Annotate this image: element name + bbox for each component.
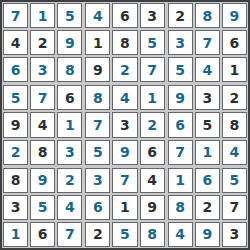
cell-r1c8[interactable]: 8 — [195, 3, 220, 28]
cell-r3c6[interactable]: 7 — [140, 57, 165, 82]
cell-r8c9[interactable]: 7 — [222, 195, 247, 220]
cell-r8c2[interactable]: 5 — [30, 195, 55, 220]
cell-r8c5[interactable]: 1 — [112, 195, 137, 220]
sudoku-board: 7154296384631859272893765415769412838417… — [0, 0, 250, 250]
cell-r1c2[interactable]: 1 — [30, 3, 55, 28]
cell-r2c8[interactable]: 7 — [195, 30, 220, 55]
cell-r2c9[interactable]: 6 — [222, 30, 247, 55]
cell-r6c5[interactable]: 9 — [112, 140, 137, 165]
cell-r7c2[interactable]: 9 — [30, 168, 55, 193]
cell-r9c7[interactable]: 4 — [168, 222, 193, 247]
cell-r2c5[interactable]: 8 — [112, 30, 137, 55]
cell-r9c6[interactable]: 8 — [140, 222, 165, 247]
cell-r4c6[interactable]: 1 — [140, 85, 165, 110]
cell-r9c9[interactable]: 3 — [222, 222, 247, 247]
cell-r1c5[interactable]: 6 — [112, 3, 137, 28]
box-5: 841732596 — [85, 85, 164, 164]
box-7: 892354167 — [3, 168, 82, 247]
cell-r6c2[interactable]: 8 — [30, 140, 55, 165]
cell-r1c9[interactable]: 9 — [222, 3, 247, 28]
cell-r5c3[interactable]: 1 — [57, 112, 82, 137]
cell-r5c7[interactable]: 6 — [168, 112, 193, 137]
cell-r4c8[interactable]: 3 — [195, 85, 220, 110]
cell-r5c5[interactable]: 3 — [112, 112, 137, 137]
cell-r1c6[interactable]: 3 — [140, 3, 165, 28]
cell-r3c8[interactable]: 4 — [195, 57, 220, 82]
cell-r8c3[interactable]: 4 — [57, 195, 82, 220]
cell-r6c8[interactable]: 1 — [195, 140, 220, 165]
cell-r2c1[interactable]: 4 — [3, 30, 28, 55]
cell-r5c6[interactable]: 2 — [140, 112, 165, 137]
cell-r1c1[interactable]: 7 — [3, 3, 28, 28]
cell-r1c4[interactable]: 4 — [85, 3, 110, 28]
cell-r2c6[interactable]: 5 — [140, 30, 165, 55]
cell-r8c6[interactable]: 9 — [140, 195, 165, 220]
cell-r7c3[interactable]: 2 — [57, 168, 82, 193]
cell-r9c4[interactable]: 2 — [85, 222, 110, 247]
box-3: 289376541 — [168, 3, 247, 82]
box-8: 374619258 — [85, 168, 164, 247]
cell-r9c3[interactable]: 7 — [57, 222, 82, 247]
cell-r7c7[interactable]: 1 — [168, 168, 193, 193]
cell-r8c1[interactable]: 3 — [3, 195, 28, 220]
box-1: 715429638 — [3, 3, 82, 82]
cell-r4c7[interactable]: 9 — [168, 85, 193, 110]
cell-r6c7[interactable]: 7 — [168, 140, 193, 165]
cell-r4c4[interactable]: 8 — [85, 85, 110, 110]
cell-r3c5[interactable]: 2 — [112, 57, 137, 82]
cell-r2c2[interactable]: 2 — [30, 30, 55, 55]
cell-r8c7[interactable]: 8 — [168, 195, 193, 220]
cell-r6c6[interactable]: 6 — [140, 140, 165, 165]
cell-r5c4[interactable]: 7 — [85, 112, 110, 137]
cell-r2c4[interactable]: 1 — [85, 30, 110, 55]
cell-r1c3[interactable]: 5 — [57, 3, 82, 28]
box-6: 932658714 — [168, 85, 247, 164]
cell-r2c7[interactable]: 3 — [168, 30, 193, 55]
cell-r7c9[interactable]: 5 — [222, 168, 247, 193]
cell-r2c3[interactable]: 9 — [57, 30, 82, 55]
cell-r9c8[interactable]: 9 — [195, 222, 220, 247]
box-4: 576941283 — [3, 85, 82, 164]
cell-r8c4[interactable]: 6 — [85, 195, 110, 220]
cell-r3c7[interactable]: 5 — [168, 57, 193, 82]
cell-r7c1[interactable]: 8 — [3, 168, 28, 193]
cell-r9c5[interactable]: 5 — [112, 222, 137, 247]
cell-r6c3[interactable]: 3 — [57, 140, 82, 165]
cell-r4c2[interactable]: 7 — [30, 85, 55, 110]
cell-r3c1[interactable]: 6 — [3, 57, 28, 82]
box-2: 463185927 — [85, 3, 164, 82]
cell-r6c4[interactable]: 5 — [85, 140, 110, 165]
cell-r7c4[interactable]: 3 — [85, 168, 110, 193]
cell-r6c1[interactable]: 2 — [3, 140, 28, 165]
cell-r3c4[interactable]: 9 — [85, 57, 110, 82]
cell-r8c8[interactable]: 2 — [195, 195, 220, 220]
cell-r9c2[interactable]: 6 — [30, 222, 55, 247]
box-9: 165827493 — [168, 168, 247, 247]
cell-r7c8[interactable]: 6 — [195, 168, 220, 193]
cell-r5c1[interactable]: 9 — [3, 112, 28, 137]
cell-r7c6[interactable]: 4 — [140, 168, 165, 193]
cell-r4c9[interactable]: 2 — [222, 85, 247, 110]
cell-r4c5[interactable]: 4 — [112, 85, 137, 110]
cell-r6c9[interactable]: 4 — [222, 140, 247, 165]
cell-r3c3[interactable]: 8 — [57, 57, 82, 82]
cell-r5c2[interactable]: 4 — [30, 112, 55, 137]
cell-r3c2[interactable]: 3 — [30, 57, 55, 82]
cell-r4c3[interactable]: 6 — [57, 85, 82, 110]
cell-r5c8[interactable]: 5 — [195, 112, 220, 137]
cell-r3c9[interactable]: 1 — [222, 57, 247, 82]
cell-r1c7[interactable]: 2 — [168, 3, 193, 28]
cell-r7c5[interactable]: 7 — [112, 168, 137, 193]
cell-r5c9[interactable]: 8 — [222, 112, 247, 137]
cell-r4c1[interactable]: 5 — [3, 85, 28, 110]
cell-r9c1[interactable]: 1 — [3, 222, 28, 247]
